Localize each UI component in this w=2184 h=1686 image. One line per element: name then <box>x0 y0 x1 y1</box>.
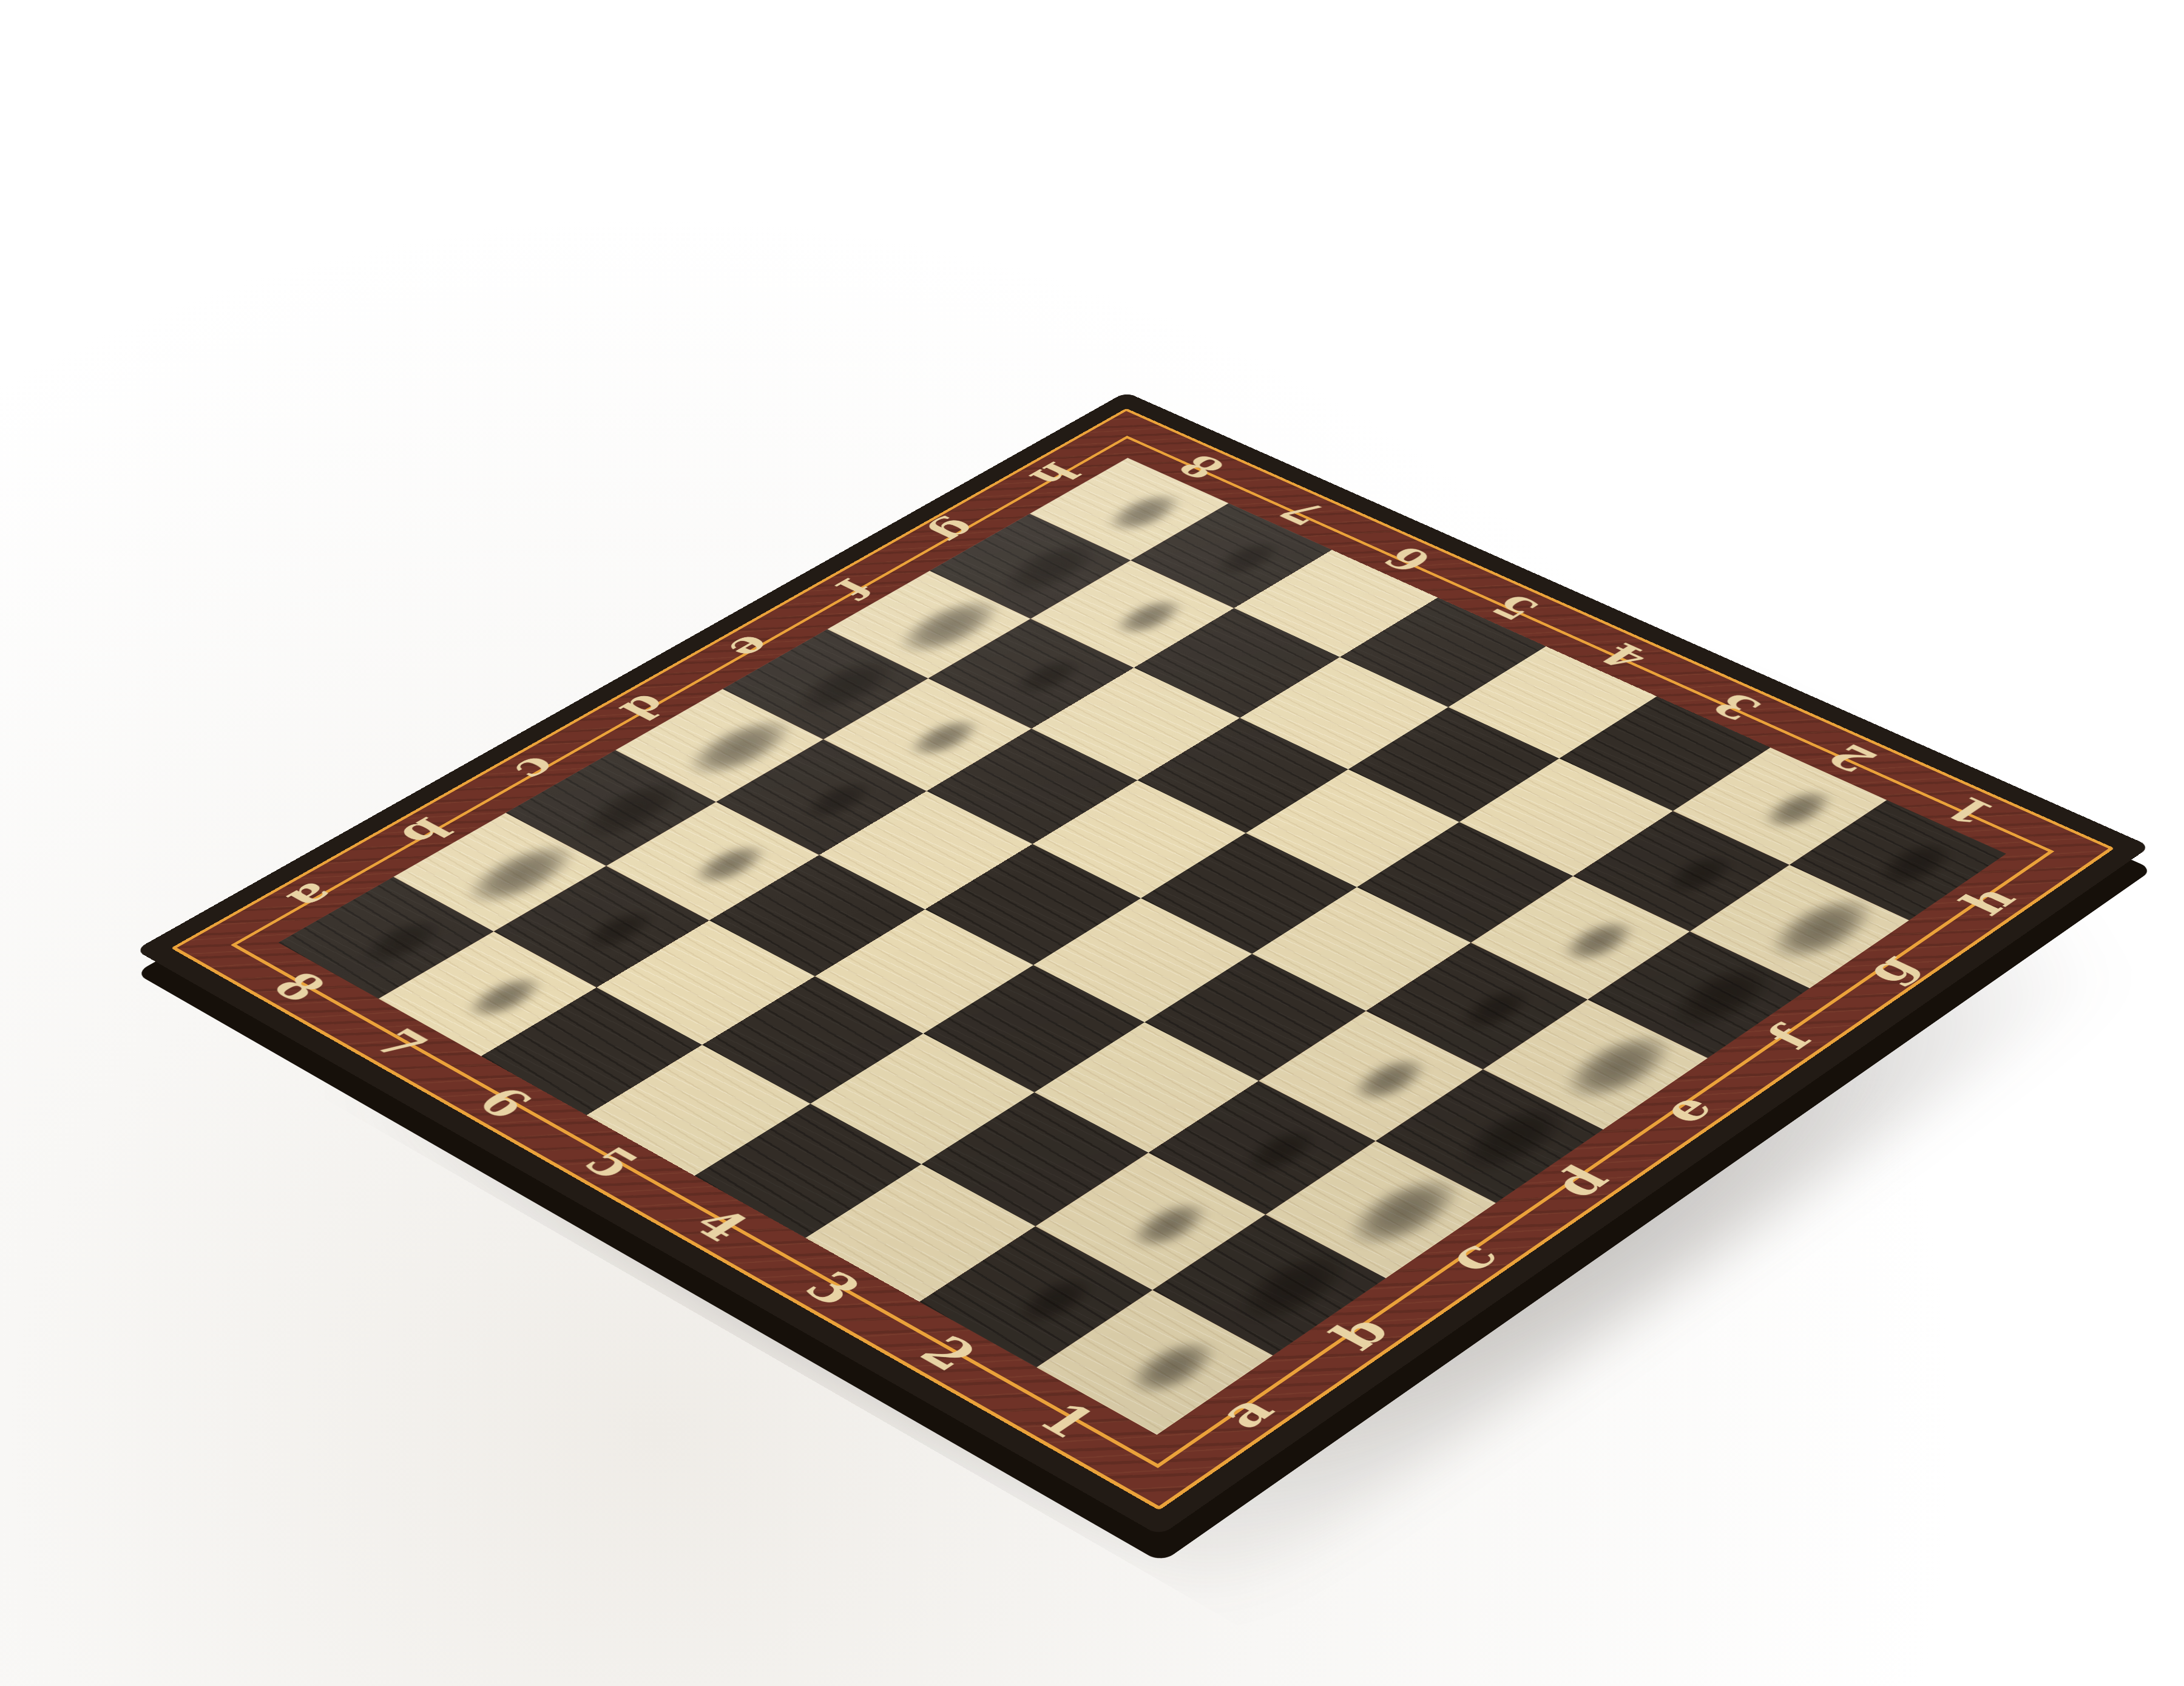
chess-board: 87654321 87654321 abcdefgh abcdefgh ♜♞♝♛… <box>135 392 2151 1536</box>
perspective-scene: 87654321 87654321 abcdefgh abcdefgh ♜♞♝♛… <box>0 0 2184 1686</box>
coord-label-left-3: 3 <box>795 1265 870 1312</box>
coord-label-left-8: 8 <box>263 967 334 1007</box>
white-pawn-glyph: ♟ <box>368 765 603 1024</box>
camera-roll-wrapper: 87654321 87654321 abcdefgh abcdefgh ♜♞♝♛… <box>0 0 2184 1686</box>
coord-label-right-5: 5 <box>1483 589 1549 625</box>
coord-label-left-4: 4 <box>683 1203 758 1248</box>
coord-label-left-6: 6 <box>468 1082 541 1125</box>
coord-label-left-2: 2 <box>910 1330 986 1378</box>
playing-area: ♜♞♝♛♚♝♞♜♟♟♟♟♟♟♟♟♟♟♟♟♟♟♟♟♜♞♝♛♚♝♞♜ <box>279 458 2006 1435</box>
black-rook-glyph: ♜ <box>1012 1091 1291 1398</box>
